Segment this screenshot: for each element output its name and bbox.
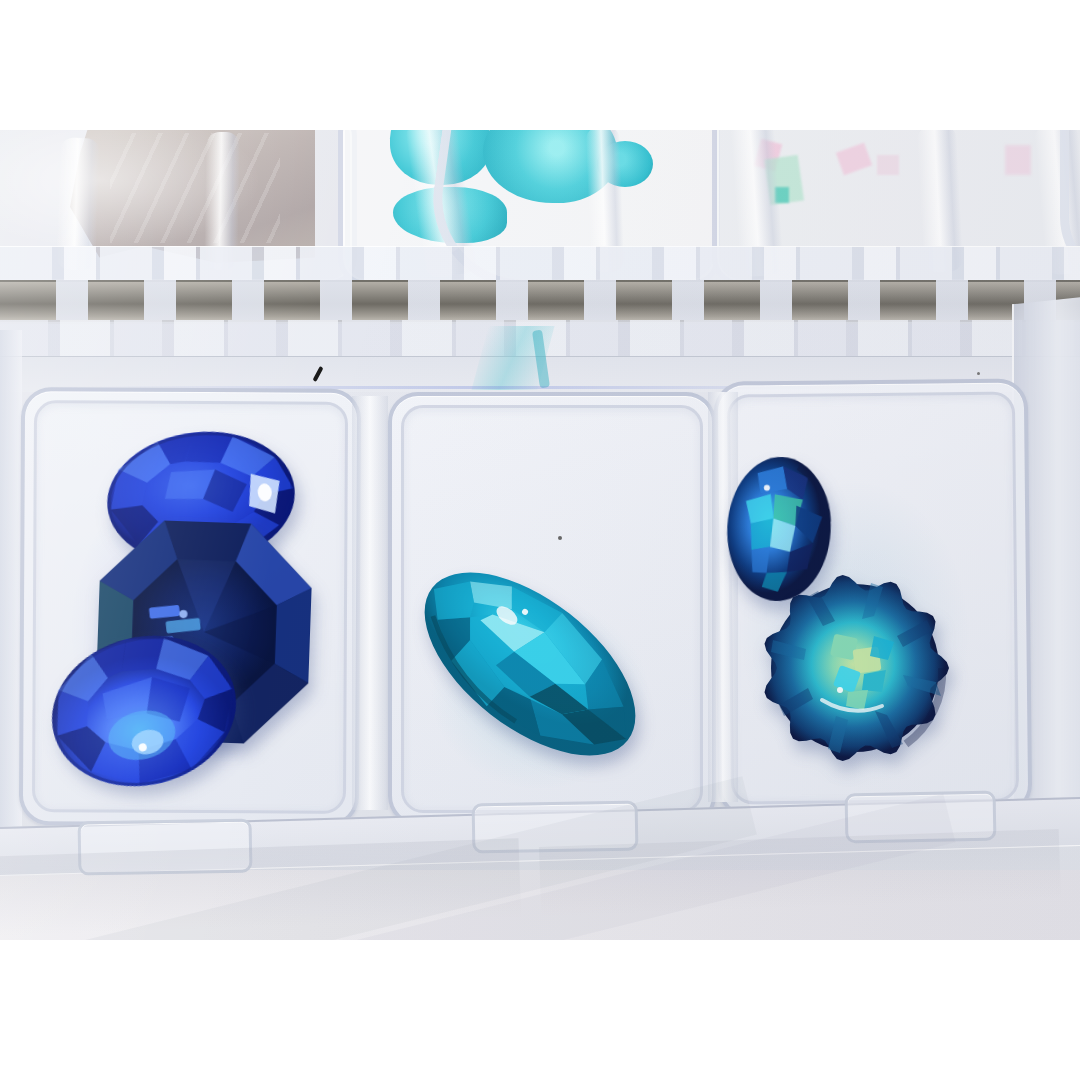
crystal-highlight — [110, 133, 280, 243]
iridescent-shard-pink-4 — [1005, 145, 1031, 175]
dust-speck — [977, 372, 980, 375]
gem-teal-oval — [404, 556, 656, 772]
iridescent-shard-pink-3 — [877, 155, 899, 175]
compartment-divider — [352, 396, 388, 810]
photo-frame — [0, 0, 1080, 1080]
dust-speck — [558, 536, 562, 540]
hinge-plastic-knuckles — [0, 280, 1080, 320]
white-background-top — [0, 0, 1080, 130]
iridescent-shard-pink-2 — [836, 143, 872, 176]
gem-scalloped-teal — [756, 570, 954, 766]
white-background-bottom — [0, 940, 1080, 1080]
hinge-knuckles-upper — [0, 246, 1080, 283]
